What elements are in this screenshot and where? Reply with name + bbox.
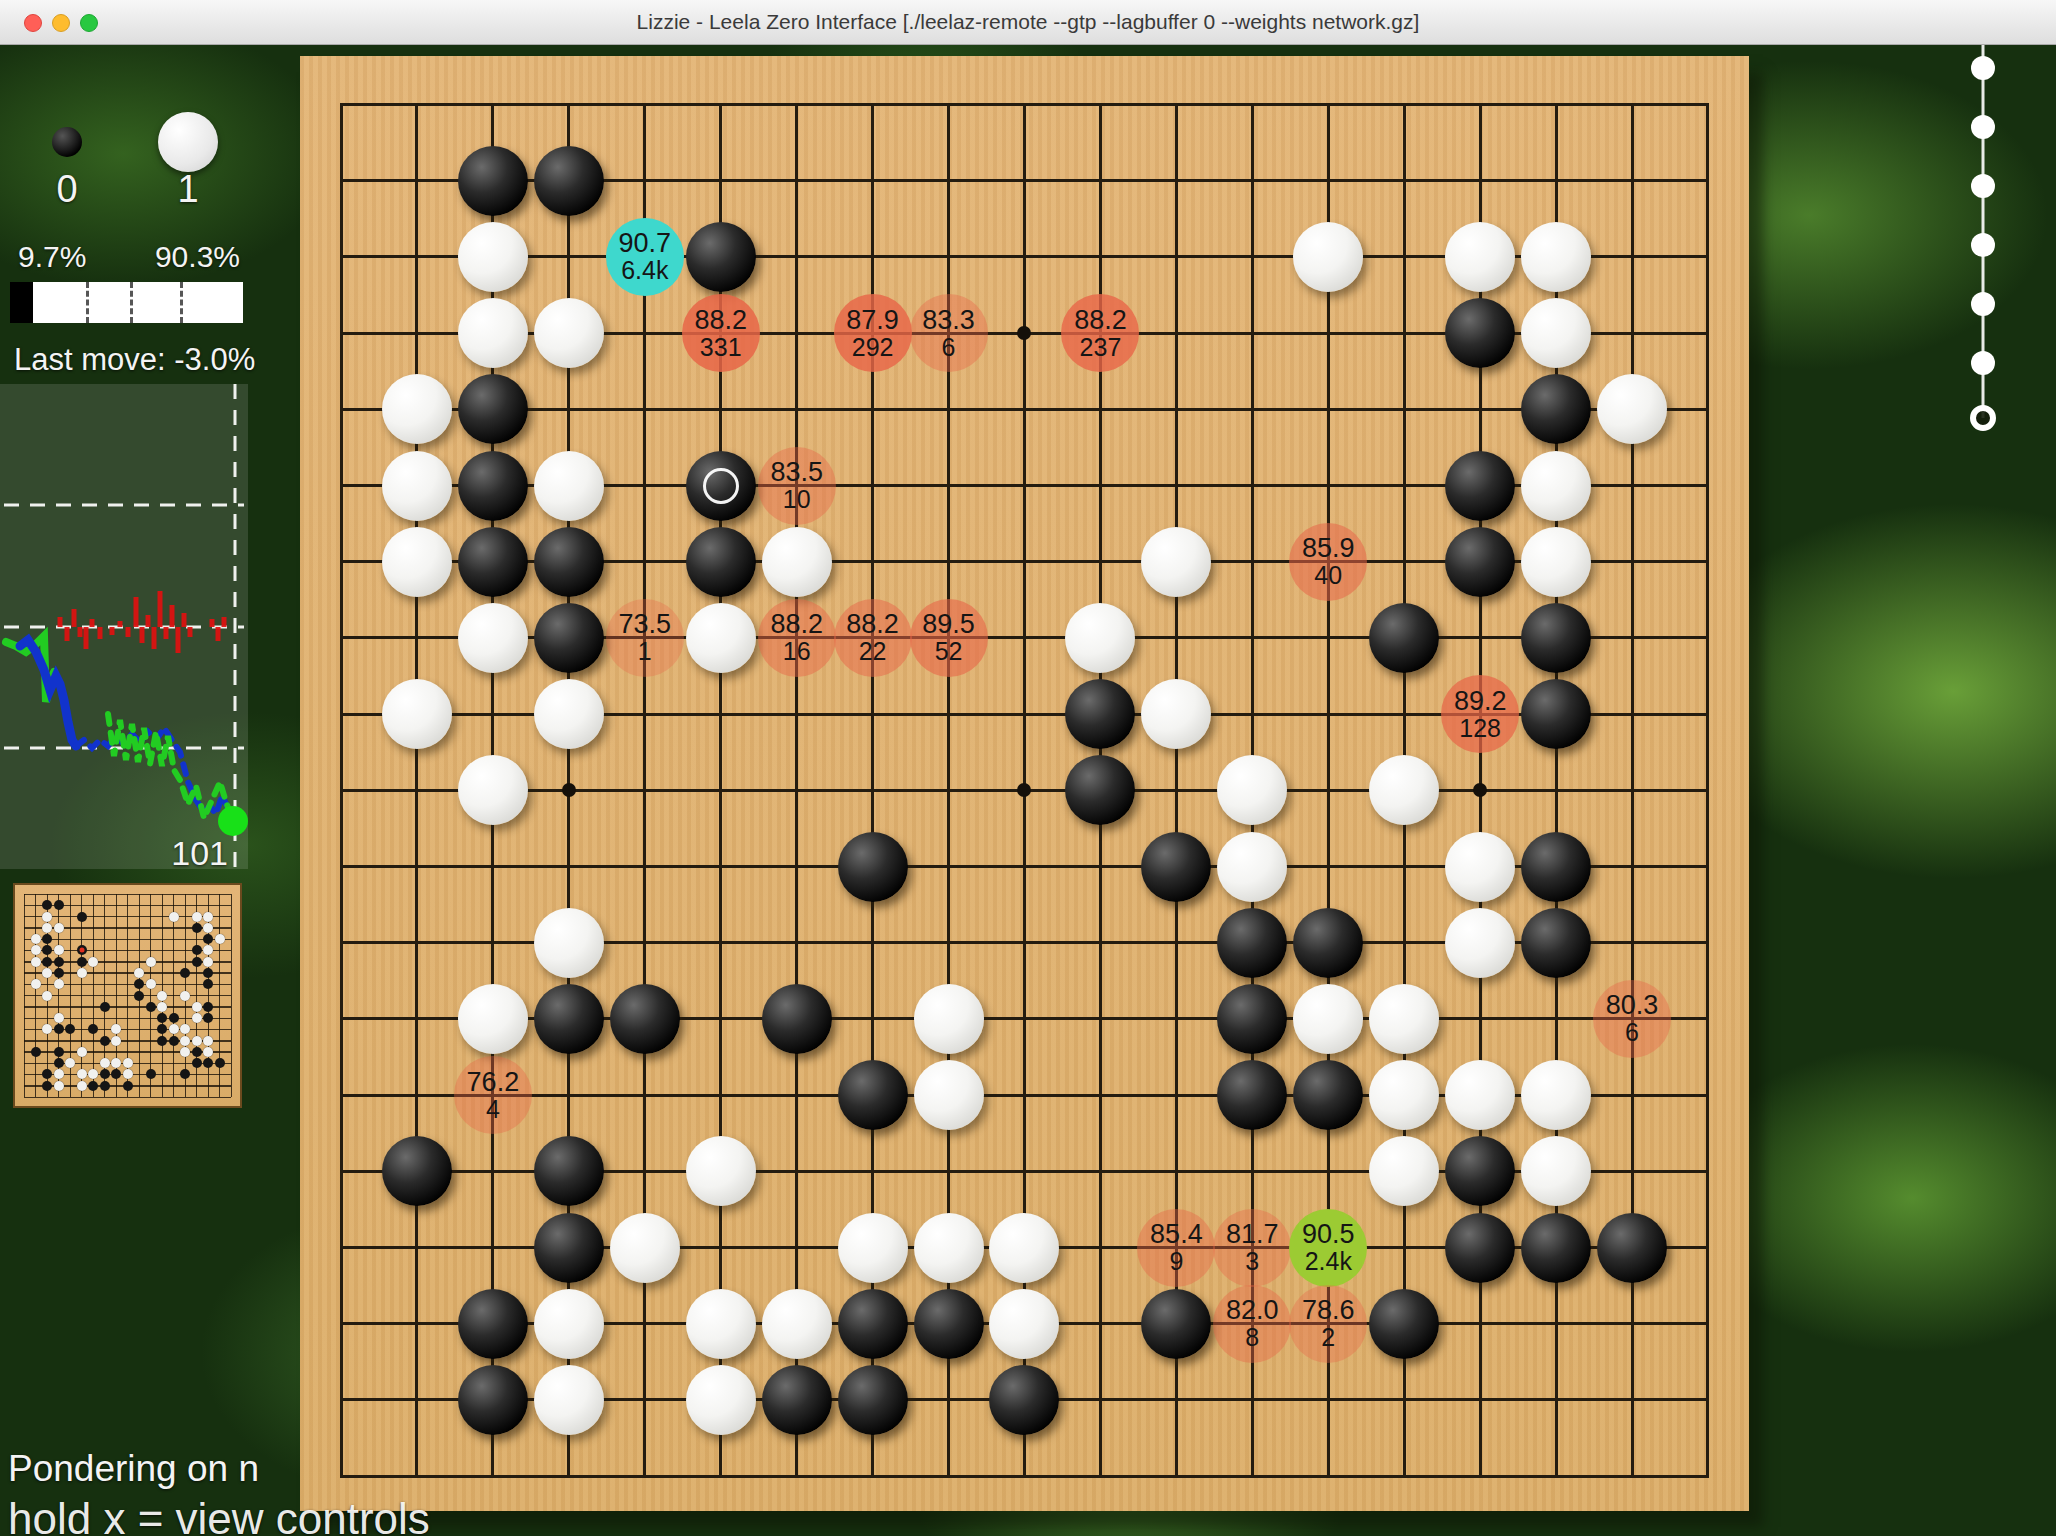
status-pondering-text: Pondering on n [8,1448,259,1490]
variation-node[interactable] [1971,292,1995,316]
move-suggestion[interactable]: 80.36 [1593,980,1671,1058]
black-stone[interactable] [1445,1213,1515,1283]
thumb-stone [111,1058,121,1068]
suggestion-winrate: 90.5 [1302,1221,1355,1248]
move-suggestion[interactable]: 82.08 [1213,1285,1291,1363]
suggestion-visits: 128 [1459,715,1501,741]
thumb-stone [169,912,179,922]
variation-node[interactable] [1971,115,1995,139]
suggestion-winrate: 85.4 [1150,1221,1203,1248]
suggestion-winrate: 82.0 [1226,1297,1279,1324]
thumb-stone [169,1036,179,1046]
black-stone[interactable] [1521,374,1591,444]
variation-node[interactable] [1971,233,1995,257]
black-stone[interactable] [838,1289,908,1359]
white-stone[interactable] [382,374,452,444]
winrate-line [108,714,233,821]
thumb-stone [146,1002,156,1012]
black-stone[interactable] [610,984,680,1054]
move-suggestion[interactable]: 88.222 [834,599,912,677]
thumb-stone [77,912,87,922]
white-stone[interactable] [534,451,604,521]
thumb-stone [42,945,52,955]
thumb-stone [192,1013,202,1023]
thumb-stone [134,991,144,1001]
suggestion-winrate: 85.9 [1302,535,1355,562]
move-suggestion[interactable]: 78.62 [1289,1285,1367,1363]
white-stone[interactable] [382,527,452,597]
black-stone[interactable] [534,1136,604,1206]
white-stone[interactable] [1521,527,1591,597]
thumb-stone [88,1081,98,1091]
eval-bar [176,627,181,653]
move-suggestion[interactable]: 88.216 [758,599,836,677]
black-stone[interactable] [838,832,908,902]
thumb-stone [203,923,213,933]
white-stone[interactable] [1293,984,1363,1054]
white-stone[interactable] [762,527,832,597]
white-captures-stone-icon [158,112,218,172]
thumb-stone [42,1024,52,1034]
black-stone[interactable] [534,527,604,597]
white-stone[interactable] [1445,832,1515,902]
white-stone[interactable] [458,603,528,673]
winrate-bar-tick [130,282,133,323]
eval-bar [210,619,215,627]
thumb-stone [203,979,213,989]
variation-node[interactable] [1971,351,1995,375]
thumb-stone [77,1069,87,1079]
star-point [562,783,576,797]
suggestion-visits: 52 [935,638,963,664]
thumbnail-board[interactable] [13,883,242,1108]
suggestion-visits: 237 [1080,334,1122,360]
suggestion-winrate: 88.2 [1074,307,1127,334]
black-stone[interactable] [458,1365,528,1435]
thumb-stone [77,968,87,978]
suggestion-visits: 16 [783,638,811,664]
black-stone[interactable] [989,1365,1059,1435]
eval-bar [140,627,145,643]
thumb-stone [31,957,41,967]
white-stone[interactable] [1521,1136,1591,1206]
star-point [1017,326,1031,340]
suggestion-winrate: 83.5 [770,459,823,486]
thumb-grid-line [24,995,231,996]
black-stone[interactable] [1065,755,1135,825]
thumb-stone [192,945,202,955]
thumb-stone [157,1013,167,1023]
white-stone[interactable] [1445,908,1515,978]
thumb-stone [42,1069,52,1079]
white-stone[interactable] [534,1365,604,1435]
thumb-stone [157,1036,167,1046]
eval-bar [158,591,163,627]
eval-bar [216,627,221,641]
thumb-stone [169,1013,179,1023]
black-stone[interactable] [1369,603,1439,673]
white-stone[interactable] [1597,374,1667,444]
black-stone[interactable] [914,1289,984,1359]
thumb-stone [31,945,41,955]
star-point [1473,783,1487,797]
suggestion-visits: 331 [700,334,742,360]
suggestion-visits: 292 [852,334,894,360]
white-stone[interactable] [1521,1060,1591,1130]
suggestion-winrate: 87.9 [846,307,899,334]
move-suggestion[interactable]: 76.24 [454,1056,532,1134]
white-stone[interactable] [1521,222,1591,292]
thumb-stone [54,1058,64,1068]
window-title: Lizzie - Leela Zero Interface [./leelaz-… [637,10,1420,34]
thumb-stone [54,923,64,933]
black-stone[interactable] [686,451,756,521]
white-stone[interactable] [838,1213,908,1283]
white-stone[interactable] [382,451,452,521]
eval-bar [222,617,227,627]
black-stone[interactable] [1445,1136,1515,1206]
thumb-last-move-marker [79,948,84,953]
black-stone[interactable] [838,1365,908,1435]
move-suggestion[interactable]: 89.2128 [1441,675,1519,753]
thumb-stone [192,1002,202,1012]
move-suggestion[interactable]: 85.940 [1289,523,1367,601]
star-point [1017,783,1031,797]
thumb-grid-line [24,1097,231,1098]
black-stone[interactable] [1521,679,1591,749]
black-stone[interactable] [458,451,528,521]
suggestion-visits: 22 [859,638,887,664]
thumb-stone [65,1024,75,1034]
white-stone[interactable] [1369,1136,1439,1206]
variation-node[interactable] [1971,174,1995,198]
move-suggestion[interactable]: 83.510 [758,447,836,525]
black-stone[interactable] [1521,832,1591,902]
white-stone[interactable] [989,1289,1059,1359]
thumb-stone [42,968,52,978]
black-stone[interactable] [534,146,604,216]
move-number: 101 [148,834,228,873]
suggestion-visits: 1 [638,638,652,664]
thumb-stone [180,1036,190,1046]
black-stone[interactable] [686,222,756,292]
suggestion-winrate: 88.2 [770,611,823,638]
eval-bar [84,627,89,649]
eval-bar [126,627,131,637]
move-suggestion[interactable]: 88.2237 [1061,294,1139,372]
winrate-bar [10,282,243,323]
black-stone[interactable] [1445,298,1515,368]
thumb-stone [54,1013,64,1023]
black-stone[interactable] [1141,832,1211,902]
thumb-stone [111,1024,121,1034]
thumb-stone [169,1024,179,1034]
black-stone[interactable] [1065,679,1135,749]
suggestion-visits: 6 [1625,1019,1639,1045]
white-stone[interactable] [1141,679,1211,749]
eval-bar [164,627,169,639]
suggestion-winrate: 73.5 [618,611,671,638]
thumb-stone [203,1013,213,1023]
thumb-stone [111,1036,121,1046]
thumb-stone [100,1081,110,1091]
go-board[interactable]: 90.76.4k88.233187.929283.3688.223783.510… [300,56,1749,1511]
thumb-stone [88,1069,98,1079]
suggestion-visits: 2 [1321,1324,1335,1350]
thumb-grid-line [150,894,151,1097]
suggestion-visits: 9 [1169,1248,1183,1274]
white-stone[interactable] [914,984,984,1054]
thumb-stone [88,957,98,967]
black-stone[interactable] [1369,1289,1439,1359]
last-move-marker [703,468,739,504]
white-stone[interactable] [458,222,528,292]
black-stone[interactable] [458,146,528,216]
black-stone[interactable] [1521,908,1591,978]
move-suggestion[interactable]: 88.2331 [682,294,760,372]
thumb-stone [42,923,52,933]
black-winrate: 9.7% [18,240,86,274]
thumb-stone [100,1002,110,1012]
white-stone[interactable] [1369,1060,1439,1130]
thumb-stone [215,934,225,944]
black-stone[interactable] [1445,527,1515,597]
move-suggestion[interactable]: 73.51 [606,599,684,677]
thumb-stone [203,1002,213,1012]
thumb-stone [123,1058,133,1068]
suggestion-winrate: 88.2 [694,307,747,334]
black-stone[interactable] [1445,451,1515,521]
black-stone[interactable] [1521,603,1591,673]
black-stone[interactable] [762,984,832,1054]
white-stone[interactable] [686,1289,756,1359]
winrate-graph-canvas [0,384,248,869]
thumb-stone [31,934,41,944]
lizzie-window: { "game": "go", "window": { "title": "Li… [0,0,2056,1536]
thumb-stone [192,923,202,933]
thumb-stone [54,957,64,967]
move-suggestion[interactable]: 90.52.4k [1289,1209,1367,1287]
black-stone[interactable] [1217,1060,1287,1130]
white-winrate: 90.3% [120,240,240,274]
thumb-stone [146,979,156,989]
move-suggestion[interactable]: 85.49 [1137,1209,1215,1287]
black-stone[interactable] [458,1289,528,1359]
thumb-stone [31,1047,41,1057]
thumb-stone [203,1058,213,1068]
suggestion-winrate: 89.5 [922,611,975,638]
suggestion-winrate: 90.7 [618,230,671,257]
black-stone[interactable] [1293,1060,1363,1130]
black-stone[interactable] [382,1136,452,1206]
move-suggestion[interactable]: 81.73 [1213,1209,1291,1287]
winrate-bar-tick [180,282,183,323]
white-stone[interactable] [1141,527,1211,597]
white-stone[interactable] [458,984,528,1054]
thumb-stone [134,968,144,978]
variation-current-node[interactable] [1970,405,1996,431]
thumb-stone [180,1047,190,1057]
thumb-stone [180,968,190,978]
black-stone[interactable] [1597,1213,1667,1283]
suggestion-visits: 2.4k [1305,1248,1352,1274]
grid-line [340,1475,1710,1478]
close-button-icon[interactable] [24,14,42,32]
black-stone[interactable] [686,527,756,597]
white-stone[interactable] [458,755,528,825]
black-captures-count: 0 [37,168,97,211]
eval-bar [72,609,77,627]
thumb-stone [54,1069,64,1079]
title-bar: Lizzie - Leela Zero Interface [./leelaz-… [0,0,2056,45]
thumb-stone [146,1069,156,1079]
move-suggestion[interactable]: 89.552 [910,599,988,677]
suggestion-visits: 4 [486,1096,500,1122]
white-stone[interactable] [762,1289,832,1359]
grid-line [1706,103,1709,1478]
thumb-stone [54,1081,64,1091]
thumb-stone [157,1024,167,1034]
eval-bar [182,613,187,627]
black-stone[interactable] [458,527,528,597]
white-stone[interactable] [1369,755,1439,825]
black-stone[interactable] [762,1365,832,1435]
white-stone[interactable] [1445,222,1515,292]
thumb-stone [54,979,64,989]
minimize-button-icon[interactable] [52,14,70,32]
white-stone[interactable] [1445,1060,1515,1130]
thumb-stone [77,1047,87,1057]
suggestion-winrate: 89.2 [1454,688,1507,715]
eval-bar [134,597,139,627]
white-stone[interactable] [534,679,604,749]
suggestion-visits: 3 [1245,1248,1259,1274]
white-stone[interactable] [914,1060,984,1130]
black-stone[interactable] [1293,908,1363,978]
thumb-stone [157,1002,167,1012]
eval-bar [98,627,103,639]
winrate-graph[interactable] [0,384,248,869]
eval-bar [170,605,175,627]
thumb-stone [203,1047,213,1057]
thumb-stone [192,1036,202,1046]
thumb-stone [100,1036,110,1046]
white-stone[interactable] [914,1213,984,1283]
thumb-stone [192,1058,202,1068]
thumb-stone [134,979,144,989]
thumb-grid-line [231,894,232,1097]
white-stone[interactable] [458,298,528,368]
thumb-stone [157,991,167,1001]
white-stone[interactable] [1065,603,1135,673]
suggestion-visits: 6.4k [621,257,668,283]
thumb-stone [215,1058,225,1068]
black-stone[interactable] [534,984,604,1054]
zoom-button-icon[interactable] [80,14,98,32]
thumb-stone [42,900,52,910]
thumb-stone [192,957,202,967]
black-stone[interactable] [1521,1213,1591,1283]
white-stone[interactable] [686,1136,756,1206]
thumb-stone [54,945,64,955]
eval-bar [58,617,63,627]
thumb-stone [54,1047,64,1057]
thumb-stone [31,979,41,989]
white-captures-count: 1 [158,168,218,211]
thumb-stone [203,1036,213,1046]
white-stone[interactable] [989,1213,1059,1283]
thumb-stone [192,1047,202,1057]
eval-bar [188,627,193,637]
white-stone[interactable] [1521,451,1591,521]
thumb-stone [180,991,190,1001]
eval-bar [90,619,95,627]
black-stone[interactable] [1217,908,1287,978]
move-suggestion[interactable]: 87.9292 [834,294,912,372]
white-stone[interactable] [534,908,604,978]
white-stone[interactable] [686,1365,756,1435]
black-stone[interactable] [1217,984,1287,1054]
thumb-stone [192,912,202,922]
white-stone[interactable] [534,1289,604,1359]
white-stone[interactable] [382,679,452,749]
thumb-stone [42,957,52,967]
suggestion-winrate: 88.2 [846,611,899,638]
eval-bar [152,627,157,649]
suggestion-visits: 10 [783,486,811,512]
thumb-stone [203,957,213,967]
thumb-stone [54,1024,64,1034]
black-stone[interactable] [458,374,528,444]
winrate-bar-black-segment [10,282,33,323]
suggestion-winrate: 78.6 [1302,1297,1355,1324]
suggestion-winrate: 83.3 [922,307,975,334]
thumb-stone [203,945,213,955]
white-stone[interactable] [1369,984,1439,1054]
suggestion-winrate: 81.7 [1226,1221,1279,1248]
white-stone[interactable] [1217,755,1287,825]
variation-node[interactable] [1971,56,1995,80]
white-stone[interactable] [1217,832,1287,902]
black-stone[interactable] [534,1213,604,1283]
eval-bar [146,615,151,627]
suggestion-visits: 8 [1245,1324,1259,1350]
move-suggestion[interactable]: 90.76.4k [606,218,684,296]
winrate-bar-white-segment [33,282,243,323]
white-stone[interactable] [534,298,604,368]
move-suggestion[interactable]: 83.36 [910,294,988,372]
suggestion-visits: 6 [942,334,956,360]
thumb-stone [123,1081,133,1091]
black-stone[interactable] [534,603,604,673]
white-stone[interactable] [1521,298,1591,368]
thumb-stone [111,1069,121,1079]
white-stone[interactable] [610,1213,680,1283]
thumb-stone [180,1069,190,1079]
last-move-delta: Last move: -3.0% [14,342,255,378]
thumb-stone [123,1069,133,1079]
thumb-stone [54,900,64,910]
thumb-stone [42,991,52,1001]
white-stone[interactable] [686,603,756,673]
black-stone[interactable] [1141,1289,1211,1359]
black-stone[interactable] [838,1060,908,1130]
thumb-stone [100,1058,110,1068]
eval-bar [78,627,83,637]
white-stone[interactable] [1293,222,1363,292]
thumb-stone [203,968,213,978]
thumb-stone [65,1058,75,1068]
